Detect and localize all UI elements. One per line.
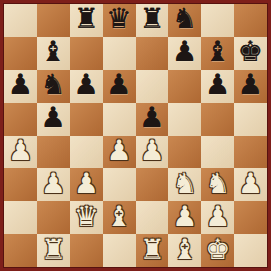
square-d4[interactable]: ♟ xyxy=(103,136,136,169)
square-c7[interactable] xyxy=(70,37,103,70)
square-d8[interactable]: ♛ xyxy=(103,4,136,37)
square-c5[interactable] xyxy=(70,103,103,136)
square-f2[interactable]: ♟ xyxy=(168,201,201,234)
white-pawn-icon[interactable]: ♟ xyxy=(41,170,66,198)
black-king-icon[interactable]: ♚ xyxy=(238,38,263,66)
square-b7[interactable]: ♝ xyxy=(37,37,70,70)
square-d3[interactable] xyxy=(103,168,136,201)
square-b1[interactable]: ♜ xyxy=(37,234,70,267)
square-a4[interactable]: ♟ xyxy=(4,136,37,169)
square-g7[interactable]: ♝ xyxy=(201,37,234,70)
square-g2[interactable]: ♟ xyxy=(201,201,234,234)
square-b2[interactable] xyxy=(37,201,70,234)
black-pawn-icon[interactable]: ♟ xyxy=(172,38,197,66)
white-pawn-icon[interactable]: ♟ xyxy=(139,137,164,165)
white-knight-icon[interactable]: ♞ xyxy=(172,170,197,198)
square-e7[interactable] xyxy=(136,37,169,70)
square-h3[interactable]: ♟ xyxy=(234,168,267,201)
square-h8[interactable] xyxy=(234,4,267,37)
square-a3[interactable] xyxy=(4,168,37,201)
square-e6[interactable] xyxy=(136,70,169,103)
square-a1[interactable] xyxy=(4,234,37,267)
square-f6[interactable] xyxy=(168,70,201,103)
square-c1[interactable] xyxy=(70,234,103,267)
white-pawn-icon[interactable]: ♟ xyxy=(74,170,99,198)
board-border: ♜♛♜♞♝♟♝♚♟♞♟♟♟♟♟♟♟♟♟♟♟♞♞♟♛♝♟♟♜♜♝♚ xyxy=(0,0,271,271)
black-knight-icon[interactable]: ♞ xyxy=(172,5,197,33)
square-a8[interactable] xyxy=(4,4,37,37)
square-e1[interactable]: ♜ xyxy=(136,234,169,267)
square-f4[interactable] xyxy=(168,136,201,169)
square-f7[interactable]: ♟ xyxy=(168,37,201,70)
square-h6[interactable]: ♟ xyxy=(234,70,267,103)
square-a5[interactable] xyxy=(4,103,37,136)
chess-board: ♜♛♜♞♝♟♝♚♟♞♟♟♟♟♟♟♟♟♟♟♟♞♞♟♛♝♟♟♜♜♝♚ xyxy=(4,4,267,267)
black-pawn-icon[interactable]: ♟ xyxy=(205,71,230,99)
white-pawn-icon[interactable]: ♟ xyxy=(8,137,33,165)
black-pawn-icon[interactable]: ♟ xyxy=(238,71,263,99)
square-b8[interactable] xyxy=(37,4,70,37)
black-pawn-icon[interactable]: ♟ xyxy=(107,71,132,99)
square-h4[interactable] xyxy=(234,136,267,169)
white-pawn-icon[interactable]: ♟ xyxy=(172,203,197,231)
square-h2[interactable] xyxy=(234,201,267,234)
black-knight-icon[interactable]: ♞ xyxy=(41,71,66,99)
square-c2[interactable]: ♛ xyxy=(70,201,103,234)
white-pawn-icon[interactable]: ♟ xyxy=(107,137,132,165)
square-b4[interactable] xyxy=(37,136,70,169)
black-rook-icon[interactable]: ♜ xyxy=(139,5,164,33)
square-e8[interactable]: ♜ xyxy=(136,4,169,37)
white-rook-icon[interactable]: ♜ xyxy=(139,236,164,264)
square-c4[interactable] xyxy=(70,136,103,169)
square-h1[interactable] xyxy=(234,234,267,267)
white-bishop-icon[interactable]: ♝ xyxy=(107,203,132,231)
square-a6[interactable]: ♟ xyxy=(4,70,37,103)
square-g4[interactable] xyxy=(201,136,234,169)
square-f3[interactable]: ♞ xyxy=(168,168,201,201)
white-pawn-icon[interactable]: ♟ xyxy=(238,170,263,198)
black-pawn-icon[interactable]: ♟ xyxy=(8,71,33,99)
square-g8[interactable] xyxy=(201,4,234,37)
white-rook-icon[interactable]: ♜ xyxy=(41,236,66,264)
square-g5[interactable] xyxy=(201,103,234,136)
square-g6[interactable]: ♟ xyxy=(201,70,234,103)
white-knight-icon[interactable]: ♞ xyxy=(205,170,230,198)
square-d2[interactable]: ♝ xyxy=(103,201,136,234)
square-b6[interactable]: ♞ xyxy=(37,70,70,103)
white-bishop-icon[interactable]: ♝ xyxy=(172,236,197,264)
square-c6[interactable]: ♟ xyxy=(70,70,103,103)
square-f1[interactable]: ♝ xyxy=(168,234,201,267)
square-d6[interactable]: ♟ xyxy=(103,70,136,103)
black-rook-icon[interactable]: ♜ xyxy=(74,5,99,33)
square-f5[interactable] xyxy=(168,103,201,136)
black-pawn-icon[interactable]: ♟ xyxy=(74,71,99,99)
square-g1[interactable]: ♚ xyxy=(201,234,234,267)
white-pawn-icon[interactable]: ♟ xyxy=(205,203,230,231)
square-d1[interactable] xyxy=(103,234,136,267)
square-e4[interactable]: ♟ xyxy=(136,136,169,169)
square-e5[interactable]: ♟ xyxy=(136,103,169,136)
square-e2[interactable] xyxy=(136,201,169,234)
square-h5[interactable] xyxy=(234,103,267,136)
square-a2[interactable] xyxy=(4,201,37,234)
square-c3[interactable]: ♟ xyxy=(70,168,103,201)
square-e3[interactable] xyxy=(136,168,169,201)
black-bishop-icon[interactable]: ♝ xyxy=(41,38,66,66)
white-queen-icon[interactable]: ♛ xyxy=(74,203,99,231)
black-pawn-icon[interactable]: ♟ xyxy=(139,104,164,132)
square-c8[interactable]: ♜ xyxy=(70,4,103,37)
black-bishop-icon[interactable]: ♝ xyxy=(205,38,230,66)
square-b3[interactable]: ♟ xyxy=(37,168,70,201)
black-queen-icon[interactable]: ♛ xyxy=(107,5,132,33)
black-pawn-icon[interactable]: ♟ xyxy=(41,104,66,132)
square-a7[interactable] xyxy=(4,37,37,70)
chessboard-screenshot: ♜♛♜♞♝♟♝♚♟♞♟♟♟♟♟♟♟♟♟♟♟♞♞♟♛♝♟♟♜♜♝♚ xyxy=(0,0,271,271)
square-b5[interactable]: ♟ xyxy=(37,103,70,136)
square-d5[interactable] xyxy=(103,103,136,136)
white-king-icon[interactable]: ♚ xyxy=(205,236,230,264)
square-d7[interactable] xyxy=(103,37,136,70)
square-g3[interactable]: ♞ xyxy=(201,168,234,201)
square-f8[interactable]: ♞ xyxy=(168,4,201,37)
square-h7[interactable]: ♚ xyxy=(234,37,267,70)
